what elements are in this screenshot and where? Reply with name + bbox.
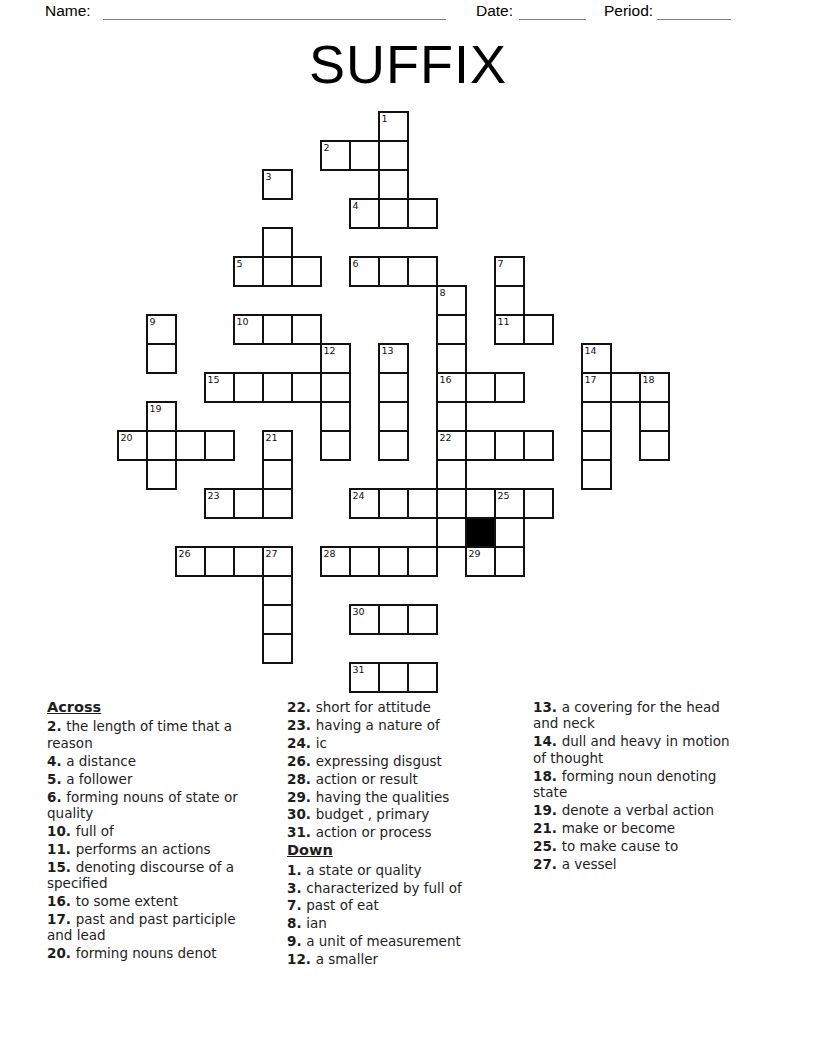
grid-cell-r6c13[interactable] [494,285,525,316]
clue-number-14: 14 [585,345,597,356]
grid-cell-r12c1[interactable] [146,459,177,490]
grid-cell-r13c3[interactable]: 23 [204,488,235,519]
puzzle-title: SUFFIX [0,33,816,95]
grid-cell-r8c9[interactable]: 13 [378,343,409,374]
grid-cell-r13c9[interactable] [378,488,409,519]
grid-cell-r19c9[interactable] [378,662,409,693]
clue-11: 11. performs an actions [47,841,287,857]
clue-number-17: 17 [585,374,597,385]
clue-9: 9. a unit of measurement [287,933,527,949]
down-clues-header: Down [287,842,527,858]
clue-8: 8. ian [287,915,527,931]
clue-number-20: 20 [121,432,133,443]
clue-29: 29. having the qualities [287,789,527,805]
clue-number-5: 5 [237,258,243,269]
grid-cell-r15c7[interactable]: 28 [320,546,351,577]
clue-14: 14. dull and heavy in motion of thought [533,733,795,766]
clue-23: 23. having a nature of [287,717,527,733]
clues-column-right: 13. a covering for the head and neck14. … [533,699,795,874]
grid-cell-r8c7[interactable]: 12 [320,343,351,374]
grid-cell-r9c16[interactable]: 17 [581,372,612,403]
grid-cell-r19c8[interactable]: 31 [349,662,380,693]
grid-cell-r13c13[interactable]: 25 [494,488,525,519]
grid-cell-r9c18[interactable]: 18 [639,372,670,403]
clue-18: 18. forming noun denoting state [533,768,795,801]
grid-cell-r9c13[interactable] [494,372,525,403]
clue-16: 16. to some extent [47,893,287,909]
clue-number-27: 27 [266,548,278,559]
grid-cell-r15c9[interactable] [378,546,409,577]
clue-number-4: 4 [353,200,359,211]
name-label: Name: [45,2,91,20]
clue-number-11: 11 [498,316,510,327]
clue-21: 21. make or become [533,820,795,836]
clue-number-18: 18 [643,374,655,385]
grid-cell-r13c4[interactable] [233,488,264,519]
grid-cell-r3c8[interactable]: 4 [349,198,380,229]
clue-19: 19. denote a verbal action [533,802,795,818]
grid-cell-r11c13[interactable] [494,430,525,461]
clue-7: 7. past of eat [287,897,527,913]
clue-12: 12. a smaller [287,951,527,967]
grid-cell-r11c2[interactable] [175,430,206,461]
grid-cell-r1c7[interactable]: 2 [320,140,351,171]
grid-cell-r12c11[interactable] [436,459,467,490]
grid-cell-r13c8[interactable]: 24 [349,488,380,519]
grid-cell-r6c11[interactable]: 8 [436,285,467,316]
clue-number-26: 26 [179,548,191,559]
grid-cell-r10c18[interactable] [639,401,670,432]
grid-cell-r15c13[interactable] [494,546,525,577]
clue-number-1: 1 [382,113,388,124]
clue-13: 13. a covering for the head and neck [533,699,795,732]
grid-cell-r5c5[interactable] [262,256,293,287]
grid-cell-r11c7[interactable] [320,430,351,461]
name-blank-line[interactable] [103,3,446,20]
clue-31: 31. action or process [287,824,527,840]
grid-cell-r11c11[interactable]: 22 [436,430,467,461]
grid-cell-r5c8[interactable]: 6 [349,256,380,287]
clue-2: 2. the length of time that a reason [47,718,287,751]
clue-number-19: 19 [150,403,162,414]
grid-cell-r17c9[interactable] [378,604,409,635]
grid-cell-r11c16[interactable] [581,430,612,461]
grid-cell-r15c10[interactable] [407,546,438,577]
grid-cell-r13c14[interactable] [523,488,554,519]
clue-17: 17. past and past participle and lead [47,911,287,944]
clue-10: 10. full of [47,823,287,839]
clue-25: 25. to make cause to [533,838,795,854]
clue-number-30: 30 [353,606,365,617]
clue-3: 3. characterized by full of [287,880,527,896]
grid-cell-r10c11[interactable] [436,401,467,432]
grid-cell-r1c9[interactable] [378,140,409,171]
grid-cell-r3c9[interactable] [378,198,409,229]
grid-cell-r15c12[interactable]: 29 [465,546,496,577]
clue-28: 28. action or result [287,771,527,787]
period-label: Period: [604,2,653,20]
clue-number-10: 10 [237,316,249,327]
grid-cell-r13c12[interactable] [465,488,496,519]
grid-cell-r4c5[interactable] [262,227,293,258]
grid-cell-r19c10[interactable] [407,662,438,693]
clue-15: 15. denoting discourse of a specified [47,859,287,892]
clue-number-31: 31 [353,664,365,675]
crossword-grid: 1234567891011121314151617181920212223242… [117,111,670,693]
clue-4: 4. a distance [47,753,287,769]
clue-27: 27. a vessel [533,856,795,872]
grid-cell-r7c6[interactable] [291,314,322,345]
grid-cell-r17c5[interactable] [262,604,293,635]
clues-column-left: Across2. the length of time that a reaso… [47,699,287,963]
date-blank-line[interactable] [519,3,586,20]
clue-number-13: 13 [382,345,394,356]
grid-cell-r8c11[interactable] [436,343,467,374]
grid-cell-r17c8[interactable]: 30 [349,604,380,635]
grid-cell-r5c13[interactable]: 7 [494,256,525,287]
grid-cell-r9c9[interactable] [378,372,409,403]
grid-cell-r14c11[interactable] [436,517,467,548]
grid-cell-r11c12[interactable] [465,430,496,461]
grid-cell-r5c4[interactable]: 5 [233,256,264,287]
clue-number-16: 16 [440,374,452,385]
clue-number-22: 22 [440,432,452,443]
grid-cell-r1c8[interactable] [349,140,380,171]
grid-cell-r11c3[interactable] [204,430,235,461]
grid-cell-r9c17[interactable] [610,372,641,403]
grid-cell-r15c2[interactable]: 26 [175,546,206,577]
grid-cell-r10c16[interactable] [581,401,612,432]
clue-number-29: 29 [469,548,481,559]
grid-cell-r15c3[interactable] [204,546,235,577]
grid-cell-r11c14[interactable] [523,430,554,461]
grid-cell-r10c7[interactable] [320,401,351,432]
grid-cell-r13c10[interactable] [407,488,438,519]
clue-number-28: 28 [324,548,336,559]
grid-cell-r9c11[interactable]: 16 [436,372,467,403]
grid-cell-r11c18[interactable] [639,430,670,461]
clue-22: 22. short for attitude [287,699,527,715]
grid-cell-r12c5[interactable] [262,459,293,490]
grid-cell-r10c1[interactable]: 19 [146,401,177,432]
clue-number-9: 9 [150,316,156,327]
grid-cell-r2c5[interactable]: 3 [262,169,293,200]
clue-number-25: 25 [498,490,510,501]
clue-number-8: 8 [440,287,446,298]
clue-1: 1. a state or quality [287,862,527,878]
grid-cell-r15c4[interactable] [233,546,264,577]
grid-cell-r5c9[interactable] [378,256,409,287]
clues-column-middle: 22. short for attitude23. having a natur… [287,699,527,969]
grid-cell-r5c10[interactable] [407,256,438,287]
clue-number-6: 6 [353,258,359,269]
clue-number-7: 7 [498,258,504,269]
grid-cell-r7c1[interactable]: 9 [146,314,177,345]
grid-cell-r12c16[interactable] [581,459,612,490]
grid-cell-r15c5[interactable]: 27 [262,546,293,577]
grid-cell-r13c11[interactable] [436,488,467,519]
worksheet-page: Name: Date: Period: SUFFIX 1234567891011… [0,0,816,1056]
grid-cell-r0c9[interactable]: 1 [378,111,409,142]
grid-cell-r8c16[interactable]: 14 [581,343,612,374]
grid-cell-r7c13[interactable]: 11 [494,314,525,345]
grid-cell-r7c11[interactable] [436,314,467,345]
clue-26: 26. expressing disgust [287,753,527,769]
grid-cell-r7c5[interactable] [262,314,293,345]
grid-cell-r7c4[interactable]: 10 [233,314,264,345]
grid-cell-r9c5[interactable] [262,372,293,403]
clue-number-3: 3 [266,171,272,182]
grid-cell-r9c6[interactable] [291,372,322,403]
grid-cell-r2c9[interactable] [378,169,409,200]
grid-cell-r7c14[interactable] [523,314,554,345]
clue-number-12: 12 [324,345,336,356]
grid-cell-r15c8[interactable] [349,546,380,577]
date-label: Date: [476,2,513,20]
grid-cell-r13c5[interactable] [262,488,293,519]
across-clues-header: Across [47,699,287,715]
grid-cell-r11c0[interactable]: 20 [117,430,148,461]
clue-number-23: 23 [208,490,220,501]
clue-number-21: 21 [266,432,278,443]
grid-cell-r18c5[interactable] [262,633,293,664]
grid-cell-r11c9[interactable] [378,430,409,461]
clue-number-24: 24 [353,490,365,501]
clue-5: 5. a follower [47,771,287,787]
black-cell [465,517,496,548]
grid-cell-r16c5[interactable] [262,575,293,606]
period-blank-line[interactable] [657,3,731,20]
grid-cell-r11c1[interactable] [146,430,177,461]
grid-cell-r17c10[interactable] [407,604,438,635]
grid-cell-r9c4[interactable] [233,372,264,403]
grid-cell-r10c9[interactable] [378,401,409,432]
grid-cell-r9c3[interactable]: 15 [204,372,235,403]
grid-cell-r3c10[interactable] [407,198,438,229]
grid-cell-r9c7[interactable] [320,372,351,403]
clue-6: 6. forming nouns of state or quality [47,789,287,822]
grid-cell-r11c5[interactable]: 21 [262,430,293,461]
clue-20: 20. forming nouns denot [47,945,287,961]
clue-number-2: 2 [324,142,330,153]
grid-cell-r14c13[interactable] [494,517,525,548]
clue-24: 24. ic [287,735,527,751]
clue-30: 30. budget , primary [287,806,527,822]
grid-cell-r8c1[interactable] [146,343,177,374]
grid-cell-r9c12[interactable] [465,372,496,403]
clue-number-15: 15 [208,374,220,385]
grid-cell-r5c6[interactable] [291,256,322,287]
